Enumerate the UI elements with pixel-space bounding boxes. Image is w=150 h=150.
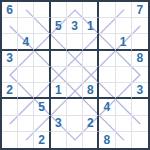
cell-r8c2[interactable] [18, 116, 34, 132]
cell-r7c3[interactable]: 5 [34, 99, 50, 115]
cell-r7c8[interactable] [116, 99, 132, 115]
cell-r9c4[interactable] [51, 132, 67, 148]
cell-r4c8[interactable] [116, 51, 132, 67]
cell-r8c5[interactable] [67, 116, 83, 132]
cell-r9c8[interactable] [116, 132, 132, 148]
cell-r4c9[interactable]: 8 [132, 51, 148, 67]
cell-r1c5[interactable] [67, 2, 83, 18]
cell-r6c1[interactable]: 2 [2, 83, 18, 99]
cell-r1c8[interactable] [116, 2, 132, 18]
cell-r3c9[interactable] [132, 34, 148, 50]
cell-r5c3[interactable] [34, 67, 50, 83]
cell-r9c7[interactable]: 8 [99, 132, 115, 148]
cell-r2c3[interactable] [34, 18, 50, 34]
cell-r6c8[interactable] [116, 83, 132, 99]
cell-r4c1[interactable]: 3 [2, 51, 18, 67]
sudoku-board: 6753141382183543228 [0, 0, 150, 150]
cell-r5c1[interactable] [2, 67, 18, 83]
cell-r8c3[interactable] [34, 116, 50, 132]
given-digit: 8 [87, 84, 94, 96]
given-digit: 8 [137, 52, 144, 64]
cell-r4c4[interactable] [51, 51, 67, 67]
given-digit: 7 [137, 4, 144, 16]
cell-r6c5[interactable] [67, 83, 83, 99]
cell-r8c1[interactable] [2, 116, 18, 132]
cell-r8c7[interactable] [99, 116, 115, 132]
cell-r6c3[interactable] [34, 83, 50, 99]
cell-r9c6[interactable] [83, 132, 99, 148]
cell-r7c7[interactable]: 4 [99, 99, 115, 115]
given-digit: 5 [55, 20, 62, 32]
given-digit: 1 [120, 36, 127, 48]
cell-r7c5[interactable] [67, 99, 83, 115]
cell-r9c9[interactable] [132, 132, 148, 148]
cell-r2c6[interactable]: 1 [83, 18, 99, 34]
cell-r8c6[interactable]: 2 [83, 116, 99, 132]
given-digit: 4 [22, 36, 29, 48]
sudoku-grid: 6753141382183543228 [2, 2, 148, 148]
cell-r4c5[interactable] [67, 51, 83, 67]
cell-r3c1[interactable] [2, 34, 18, 50]
cell-r4c7[interactable] [99, 51, 115, 67]
cell-r9c5[interactable] [67, 132, 83, 148]
cell-r1c9[interactable]: 7 [132, 2, 148, 18]
given-digit: 3 [55, 117, 62, 129]
given-digit: 2 [87, 117, 94, 129]
given-digit: 2 [38, 134, 45, 146]
cell-r2c2[interactable] [18, 18, 34, 34]
cell-r5c6[interactable] [83, 67, 99, 83]
cell-r1c1[interactable]: 6 [2, 2, 18, 18]
cell-r2c4[interactable]: 5 [51, 18, 67, 34]
given-digit: 1 [55, 84, 62, 96]
cell-r4c6[interactable] [83, 51, 99, 67]
cell-r2c5[interactable]: 3 [67, 18, 83, 34]
given-digit: 3 [137, 84, 144, 96]
given-digit: 6 [6, 4, 13, 16]
cell-r3c2[interactable]: 4 [18, 34, 34, 50]
cell-r7c6[interactable] [83, 99, 99, 115]
cell-r3c4[interactable] [51, 34, 67, 50]
cell-r9c1[interactable] [2, 132, 18, 148]
cell-r7c1[interactable] [2, 99, 18, 115]
cell-r2c9[interactable] [132, 18, 148, 34]
cell-r5c2[interactable] [18, 67, 34, 83]
cell-r5c7[interactable] [99, 67, 115, 83]
cell-r1c2[interactable] [18, 2, 34, 18]
cell-r6c4[interactable]: 1 [51, 83, 67, 99]
given-digit: 3 [6, 52, 13, 64]
cell-r3c8[interactable]: 1 [116, 34, 132, 50]
cell-r6c7[interactable] [99, 83, 115, 99]
cell-r2c1[interactable] [2, 18, 18, 34]
cell-r4c3[interactable] [34, 51, 50, 67]
cell-r7c2[interactable] [18, 99, 34, 115]
cell-r8c9[interactable] [132, 116, 148, 132]
given-digit: 5 [38, 101, 45, 113]
given-digit: 3 [71, 20, 78, 32]
cell-r3c5[interactable] [67, 34, 83, 50]
cell-r2c7[interactable] [99, 18, 115, 34]
cell-r5c9[interactable] [132, 67, 148, 83]
cell-r9c2[interactable] [18, 132, 34, 148]
cell-r7c9[interactable] [132, 99, 148, 115]
cell-r6c9[interactable]: 3 [132, 83, 148, 99]
given-digit: 8 [104, 134, 111, 146]
cell-r3c7[interactable] [99, 34, 115, 50]
given-digit: 1 [87, 20, 94, 32]
cell-r1c6[interactable] [83, 2, 99, 18]
cell-r1c4[interactable] [51, 2, 67, 18]
cell-r1c3[interactable] [34, 2, 50, 18]
cell-r7c4[interactable] [51, 99, 67, 115]
cell-r3c6[interactable] [83, 34, 99, 50]
cell-r6c6[interactable]: 8 [83, 83, 99, 99]
given-digit: 4 [104, 101, 111, 113]
cell-r5c8[interactable] [116, 67, 132, 83]
given-digit: 2 [6, 84, 13, 96]
cell-r9c3[interactable]: 2 [34, 132, 50, 148]
cell-r5c5[interactable] [67, 67, 83, 83]
cell-r2c8[interactable] [116, 18, 132, 34]
cell-r4c2[interactable] [18, 51, 34, 67]
cell-r6c2[interactable] [18, 83, 34, 99]
cell-r3c3[interactable] [34, 34, 50, 50]
cell-r8c8[interactable] [116, 116, 132, 132]
cell-r1c7[interactable] [99, 2, 115, 18]
cell-r8c4[interactable]: 3 [51, 116, 67, 132]
cell-r5c4[interactable] [51, 67, 67, 83]
